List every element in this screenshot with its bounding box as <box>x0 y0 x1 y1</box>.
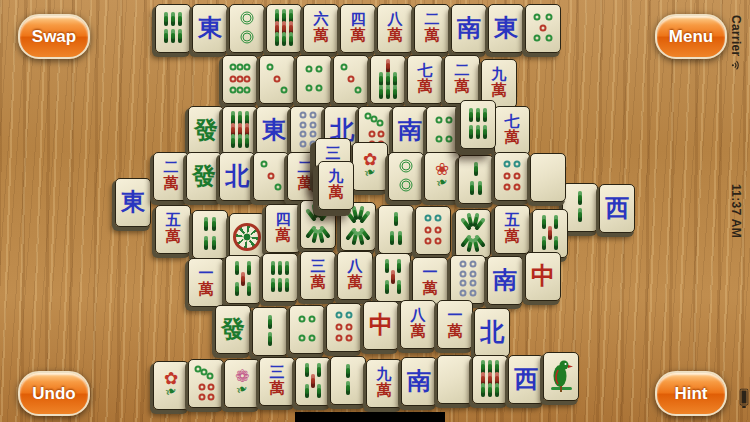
tile-green-dragon[interactable]: 發 <box>186 152 222 201</box>
tile-circle-3[interactable] <box>333 55 369 104</box>
tile-man-6[interactable]: 六萬 <box>303 4 339 53</box>
tile-flower-lotus[interactable]: ❁❧ <box>224 359 260 408</box>
tile-man-4[interactable]: 四萬 <box>265 204 301 253</box>
tile-green-dragon[interactable]: 發 <box>188 106 224 155</box>
tile-bamboo-3[interactable] <box>458 155 494 204</box>
tile-north[interactable]: 北 <box>219 152 255 201</box>
tile-bamboo-6[interactable] <box>262 253 298 302</box>
tile-south[interactable]: 南 <box>401 357 437 406</box>
tile-circle-5[interactable] <box>525 4 561 53</box>
tile-circle-9[interactable] <box>222 55 258 104</box>
menu-button[interactable]: Menu <box>655 14 727 59</box>
tile-flower-rose[interactable]: ❀❧ <box>424 152 460 201</box>
tile-bamboo-9[interactable] <box>472 355 508 404</box>
tile-circle-3[interactable] <box>253 152 289 201</box>
tile-man-2[interactable]: 二萬 <box>153 152 189 201</box>
tile-man-5[interactable]: 五萬 <box>494 205 530 254</box>
wifi-icon <box>731 60 742 71</box>
tile-man-9[interactable]: 九萬 <box>318 161 354 210</box>
tile-white-dragon[interactable] <box>437 355 473 404</box>
tile-bamboo-2[interactable] <box>252 307 288 356</box>
tile-man-7[interactable]: 七萬 <box>494 106 530 155</box>
tile-north[interactable]: 北 <box>474 308 510 357</box>
tile-south[interactable]: 南 <box>487 256 523 305</box>
tile-man-1[interactable]: 一萬 <box>188 258 224 307</box>
tile-circle-2[interactable] <box>388 152 424 201</box>
tile-man-3[interactable]: 三萬 <box>300 251 336 300</box>
tile-east[interactable]: 東 <box>256 106 292 155</box>
tile-circle-2[interactable] <box>229 4 265 53</box>
tile-bamboo-9[interactable] <box>222 106 258 155</box>
tile-circle-6[interactable] <box>415 206 451 255</box>
tile-bamboo-6[interactable] <box>155 4 191 53</box>
tile-man-9[interactable]: 九萬 <box>366 359 402 408</box>
tile-bamboo-6[interactable] <box>460 100 496 149</box>
tile-bamboo-9[interactable] <box>266 4 302 53</box>
tile-man-1[interactable]: 一萬 <box>412 257 448 306</box>
hint-button[interactable]: Hint <box>655 371 727 416</box>
tile-circle-7[interactable] <box>188 359 224 408</box>
tile-south[interactable]: 南 <box>451 4 487 53</box>
undo-button[interactable]: Undo <box>18 371 90 416</box>
home-indicator <box>295 412 445 422</box>
tile-red-dragon[interactable]: 中 <box>363 301 399 350</box>
tile-bamboo-4[interactable] <box>192 210 228 259</box>
tile-man-2[interactable]: 二萬 <box>414 4 450 53</box>
tile-man-3[interactable]: 三萬 <box>259 357 295 406</box>
battery-icon <box>740 389 749 409</box>
tile-bamboo-5[interactable] <box>295 357 331 406</box>
tile-circle-4[interactable] <box>426 106 462 155</box>
tile-man-8[interactable]: 八萬 <box>337 251 373 300</box>
tile-green-dragon[interactable]: 發 <box>215 305 251 354</box>
tile-bamboo-3[interactable] <box>378 205 414 254</box>
tile-bamboo-5[interactable] <box>532 209 568 258</box>
mahjong-board: 東六萬四萬八萬二萬南東七萬二萬九萬發東北南七萬東西二萬發北二萬✿❧❀❧五萬四萬五… <box>0 0 750 422</box>
tile-man-1[interactable]: 一萬 <box>437 300 473 349</box>
tile-red-dragon[interactable]: 中 <box>525 252 561 301</box>
tile-bamboo-7[interactable] <box>370 55 406 104</box>
tile-man-2[interactable]: 二萬 <box>444 55 480 104</box>
tile-circle-8[interactable] <box>450 255 486 304</box>
tile-bamboo-2[interactable] <box>330 356 366 405</box>
tile-man-8[interactable]: 八萬 <box>400 300 436 349</box>
status-carrier: Carrier <box>729 15 743 56</box>
tile-circle-4[interactable] <box>296 55 332 104</box>
tile-east[interactable]: 東 <box>192 4 228 53</box>
tile-east[interactable]: 東 <box>488 4 524 53</box>
tile-bamboo-5[interactable] <box>225 255 261 304</box>
tile-man-5[interactable]: 五萬 <box>155 205 191 254</box>
tile-west[interactable]: 西 <box>508 355 544 404</box>
tile-west[interactable]: 西 <box>599 184 635 233</box>
tile-flower-chrysanthemum[interactable]: ✿❧ <box>153 361 189 410</box>
tile-bamboo-5[interactable] <box>375 253 411 302</box>
tile-circle-6[interactable] <box>326 303 362 352</box>
tile-man-8[interactable]: 八萬 <box>377 4 413 53</box>
status-bar: Carrier 11:37 AM <box>722 0 750 422</box>
swap-button[interactable]: Swap <box>18 14 90 59</box>
tile-bamboo-8[interactable] <box>455 209 491 258</box>
tile-circle-3[interactable] <box>259 55 295 104</box>
tile-south[interactable]: 南 <box>392 106 428 155</box>
tile-man-7[interactable]: 七萬 <box>407 55 443 104</box>
tile-white-dragon[interactable] <box>530 153 566 202</box>
tile-man-4[interactable]: 四萬 <box>340 4 376 53</box>
tile-flower-plum[interactable]: ✿❧ <box>352 142 388 191</box>
status-time: 11:37 AM <box>729 184 743 238</box>
tile-circle-4[interactable] <box>289 305 325 354</box>
tile-east[interactable]: 東 <box>115 178 151 227</box>
tile-bamboo-1[interactable] <box>543 352 579 401</box>
tile-circle-6[interactable] <box>494 152 530 201</box>
mahjong-app-screen: { "game": "mahjong-solitaire", "buttons"… <box>0 0 750 422</box>
